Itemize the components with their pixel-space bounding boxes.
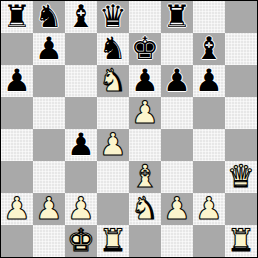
square-a1[interactable] [1,225,33,257]
square-e7[interactable]: ♚ [129,33,161,65]
square-g7[interactable]: ♝ [193,33,225,65]
square-f6[interactable]: ♟ [161,65,193,97]
square-g3[interactable] [193,161,225,193]
black-knight[interactable]: ♞ [35,1,63,32]
black-pawn[interactable]: ♟ [131,65,159,96]
square-e6[interactable]: ♟ [129,65,161,97]
square-b7[interactable]: ♟ [33,33,65,65]
white-knight[interactable]: ♞ [131,193,159,224]
square-b2[interactable]: ♟ [33,193,65,225]
square-d7[interactable]: ♞ [97,33,129,65]
black-rook[interactable]: ♜ [163,1,191,32]
white-bishop[interactable]: ♝ [131,161,159,192]
square-c5[interactable] [65,97,97,129]
square-c3[interactable] [65,161,97,193]
square-g5[interactable] [193,97,225,129]
square-f7[interactable] [161,33,193,65]
square-f8[interactable]: ♜ [161,1,193,33]
square-d3[interactable] [97,161,129,193]
square-c6[interactable] [65,65,97,97]
square-h1[interactable]: ♜ [225,225,257,257]
square-e4[interactable] [129,129,161,161]
square-h6[interactable] [225,65,257,97]
black-pawn[interactable]: ♟ [67,129,95,160]
square-f2[interactable]: ♟ [161,193,193,225]
square-d2[interactable] [97,193,129,225]
square-h7[interactable] [225,33,257,65]
white-pawn[interactable]: ♟ [163,193,191,224]
square-a7[interactable] [1,33,33,65]
square-c1[interactable]: ♚ [65,225,97,257]
square-e2[interactable]: ♞ [129,193,161,225]
square-e1[interactable] [129,225,161,257]
square-a4[interactable] [1,129,33,161]
square-d1[interactable]: ♜ [97,225,129,257]
square-d8[interactable]: ♛ [97,1,129,33]
white-queen[interactable]: ♛ [227,161,255,192]
square-g6[interactable]: ♟ [193,65,225,97]
square-h4[interactable] [225,129,257,161]
black-rook[interactable]: ♜ [3,1,31,32]
black-bishop[interactable]: ♝ [195,33,223,64]
square-h2[interactable] [225,193,257,225]
square-f4[interactable] [161,129,193,161]
square-a8[interactable]: ♜ [1,1,33,33]
white-king[interactable]: ♚ [67,225,95,256]
black-knight[interactable]: ♞ [99,33,127,64]
square-f5[interactable] [161,97,193,129]
square-a6[interactable]: ♟ [1,65,33,97]
square-e3[interactable]: ♝ [129,161,161,193]
chess-board: ♜♞♝♛♜♟♞♚♝♟♞♟♟♟♟♟♟♝♛♟♟♟♞♟♟♚♜♜ [0,0,258,258]
black-king[interactable]: ♚ [131,33,159,64]
square-e5[interactable]: ♟ [129,97,161,129]
white-rook[interactable]: ♜ [99,225,127,256]
square-a5[interactable] [1,97,33,129]
black-pawn[interactable]: ♟ [195,65,223,96]
white-pawn[interactable]: ♟ [131,97,159,128]
square-b3[interactable] [33,161,65,193]
square-d6[interactable]: ♞ [97,65,129,97]
white-pawn[interactable]: ♟ [99,129,127,160]
white-pawn[interactable]: ♟ [35,193,63,224]
white-rook[interactable]: ♜ [227,225,255,256]
black-pawn[interactable]: ♟ [3,65,31,96]
white-pawn[interactable]: ♟ [67,193,95,224]
square-b1[interactable] [33,225,65,257]
square-a3[interactable] [1,161,33,193]
square-d5[interactable] [97,97,129,129]
black-pawn[interactable]: ♟ [35,33,63,64]
square-g4[interactable] [193,129,225,161]
square-f1[interactable] [161,225,193,257]
square-c4[interactable]: ♟ [65,129,97,161]
square-c8[interactable]: ♝ [65,1,97,33]
square-b5[interactable] [33,97,65,129]
square-g8[interactable] [193,1,225,33]
square-b6[interactable] [33,65,65,97]
square-c7[interactable] [65,33,97,65]
square-f3[interactable] [161,161,193,193]
square-c2[interactable]: ♟ [65,193,97,225]
square-b4[interactable] [33,129,65,161]
square-e8[interactable] [129,1,161,33]
white-pawn[interactable]: ♟ [195,193,223,224]
white-pawn[interactable]: ♟ [3,193,31,224]
square-h3[interactable]: ♛ [225,161,257,193]
black-pawn[interactable]: ♟ [163,65,191,96]
white-knight[interactable]: ♞ [99,65,127,96]
square-b8[interactable]: ♞ [33,1,65,33]
black-bishop[interactable]: ♝ [67,1,95,32]
black-queen[interactable]: ♛ [99,1,127,32]
square-g1[interactable] [193,225,225,257]
square-h5[interactable] [225,97,257,129]
square-d4[interactable]: ♟ [97,129,129,161]
square-g2[interactable]: ♟ [193,193,225,225]
square-a2[interactable]: ♟ [1,193,33,225]
square-h8[interactable] [225,1,257,33]
